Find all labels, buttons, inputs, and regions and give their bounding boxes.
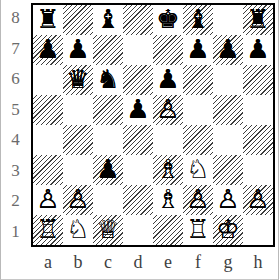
square-b2: ♙ bbox=[63, 185, 93, 215]
square-e6: ♟ bbox=[153, 65, 183, 95]
piece-black-bishop: ♝ bbox=[183, 4, 213, 34]
chess-board: ♜♝♚♝♜♟♟♟♟♟♛♞♟♟♙♟♗♘♙♙♗♙♙♙♖♘♕♖♔ bbox=[31, 3, 275, 247]
chess-diagram: 87654321 ♜♝♚♝♜♟♟♟♟♟♛♞♟♟♙♟♗♘♙♙♗♙♙♙♖♘♕♖♔ a… bbox=[0, 0, 279, 280]
square-e4 bbox=[153, 125, 183, 155]
piece-black-queen: ♛ bbox=[63, 64, 93, 94]
square-f3: ♘ bbox=[183, 155, 213, 185]
square-c5 bbox=[93, 95, 123, 125]
file-labels: abcdefgh bbox=[33, 249, 273, 275]
square-g6 bbox=[213, 65, 243, 95]
file-label-e: e bbox=[153, 249, 183, 275]
square-a7: ♟ bbox=[33, 35, 63, 65]
square-g8 bbox=[213, 5, 243, 35]
square-f7: ♟ bbox=[183, 35, 213, 65]
square-b6: ♛ bbox=[63, 65, 93, 95]
square-g1: ♔ bbox=[213, 215, 243, 245]
piece-black-pawn: ♟ bbox=[123, 94, 153, 124]
square-g4 bbox=[213, 125, 243, 155]
file-label-f: f bbox=[183, 249, 213, 275]
square-e7 bbox=[153, 35, 183, 65]
rank-label-1: 1 bbox=[1, 217, 30, 248]
piece-white-bishop: ♗ bbox=[153, 184, 183, 214]
file-label-d: d bbox=[123, 249, 153, 275]
square-e2: ♗ bbox=[153, 185, 183, 215]
file-label-h: h bbox=[243, 249, 273, 275]
square-h3 bbox=[243, 155, 273, 185]
square-c8: ♝ bbox=[93, 5, 123, 35]
square-a6 bbox=[33, 65, 63, 95]
square-h2: ♙ bbox=[243, 185, 273, 215]
file-label-b: b bbox=[63, 249, 93, 275]
piece-white-king: ♔ bbox=[213, 214, 243, 244]
square-e5: ♙ bbox=[153, 95, 183, 125]
piece-white-queen: ♕ bbox=[93, 214, 123, 244]
square-a1: ♖ bbox=[33, 215, 63, 245]
piece-black-pawn: ♟ bbox=[153, 64, 183, 94]
piece-white-bishop: ♗ bbox=[153, 154, 183, 184]
square-g2: ♙ bbox=[213, 185, 243, 215]
square-f1: ♖ bbox=[183, 215, 213, 245]
square-e3: ♗ bbox=[153, 155, 183, 185]
square-h6 bbox=[243, 65, 273, 95]
square-c4 bbox=[93, 125, 123, 155]
piece-black-pawn: ♟ bbox=[213, 34, 243, 64]
square-b7: ♟ bbox=[63, 35, 93, 65]
square-c1: ♕ bbox=[93, 215, 123, 245]
piece-black-pawn: ♟ bbox=[243, 34, 273, 64]
square-f5 bbox=[183, 95, 213, 125]
piece-black-rook: ♜ bbox=[243, 4, 273, 34]
piece-black-bishop: ♝ bbox=[93, 4, 123, 34]
piece-black-pawn: ♟ bbox=[183, 34, 213, 64]
square-h5 bbox=[243, 95, 273, 125]
square-f2: ♙ bbox=[183, 185, 213, 215]
square-f6 bbox=[183, 65, 213, 95]
square-b3 bbox=[63, 155, 93, 185]
square-d4 bbox=[123, 125, 153, 155]
piece-white-rook: ♖ bbox=[183, 214, 213, 244]
square-d6 bbox=[123, 65, 153, 95]
file-label-c: c bbox=[93, 249, 123, 275]
piece-black-king: ♚ bbox=[153, 4, 183, 34]
file-label-a: a bbox=[33, 249, 63, 275]
piece-white-knight: ♘ bbox=[63, 214, 93, 244]
square-c3: ♟ bbox=[93, 155, 123, 185]
square-h4 bbox=[243, 125, 273, 155]
piece-black-knight: ♞ bbox=[93, 64, 123, 94]
square-g5 bbox=[213, 95, 243, 125]
square-d5: ♟ bbox=[123, 95, 153, 125]
square-e1 bbox=[153, 215, 183, 245]
square-d7 bbox=[123, 35, 153, 65]
square-h8: ♜ bbox=[243, 5, 273, 35]
square-a5 bbox=[33, 95, 63, 125]
rank-label-4: 4 bbox=[1, 125, 30, 156]
piece-black-pawn: ♟ bbox=[93, 154, 123, 184]
rank-label-8: 8 bbox=[1, 3, 30, 34]
square-a2: ♙ bbox=[33, 185, 63, 215]
square-g7: ♟ bbox=[213, 35, 243, 65]
piece-black-rook: ♜ bbox=[33, 4, 63, 34]
square-e8: ♚ bbox=[153, 5, 183, 35]
square-c2 bbox=[93, 185, 123, 215]
piece-white-pawn: ♙ bbox=[63, 184, 93, 214]
square-f8: ♝ bbox=[183, 5, 213, 35]
rank-label-3: 3 bbox=[1, 156, 30, 187]
square-g3 bbox=[213, 155, 243, 185]
square-h1 bbox=[243, 215, 273, 245]
rank-label-5: 5 bbox=[1, 95, 30, 126]
square-h7: ♟ bbox=[243, 35, 273, 65]
square-b8 bbox=[63, 5, 93, 35]
piece-black-pawn: ♟ bbox=[63, 34, 93, 64]
square-c6: ♞ bbox=[93, 65, 123, 95]
piece-white-knight: ♘ bbox=[183, 154, 213, 184]
file-label-g: g bbox=[213, 249, 243, 275]
piece-white-rook: ♖ bbox=[33, 214, 63, 244]
rank-label-7: 7 bbox=[1, 34, 30, 65]
rank-label-2: 2 bbox=[1, 186, 30, 217]
rank-labels: 87654321 bbox=[1, 3, 30, 247]
rank-label-6: 6 bbox=[1, 64, 30, 95]
piece-white-pawn: ♙ bbox=[213, 184, 243, 214]
square-d3 bbox=[123, 155, 153, 185]
square-f4 bbox=[183, 125, 213, 155]
square-b1: ♘ bbox=[63, 215, 93, 245]
piece-white-pawn: ♙ bbox=[33, 184, 63, 214]
square-d8 bbox=[123, 5, 153, 35]
square-d1 bbox=[123, 215, 153, 245]
piece-white-pawn: ♙ bbox=[153, 94, 183, 124]
square-a4 bbox=[33, 125, 63, 155]
square-a8: ♜ bbox=[33, 5, 63, 35]
piece-white-pawn: ♙ bbox=[183, 184, 213, 214]
piece-black-pawn: ♟ bbox=[33, 34, 63, 64]
square-b4 bbox=[63, 125, 93, 155]
square-d2 bbox=[123, 185, 153, 215]
square-a3 bbox=[33, 155, 63, 185]
square-c7 bbox=[93, 35, 123, 65]
piece-white-pawn: ♙ bbox=[243, 184, 273, 214]
square-b5 bbox=[63, 95, 93, 125]
